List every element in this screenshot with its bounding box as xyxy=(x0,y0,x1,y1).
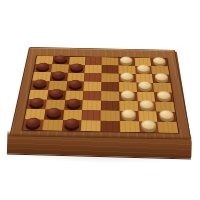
square-r4c1[interactable] xyxy=(30,81,49,90)
square-r3c4[interactable] xyxy=(84,73,101,82)
dark-piece[interactable] xyxy=(54,55,67,62)
square-r6c3[interactable] xyxy=(64,100,83,110)
square-r5c8[interactable] xyxy=(154,92,173,102)
square-r5c4[interactable] xyxy=(83,91,101,101)
light-piece[interactable] xyxy=(152,57,165,64)
square-r7c5[interactable] xyxy=(101,110,120,121)
square-r6c4[interactable] xyxy=(82,100,101,110)
light-piece[interactable] xyxy=(122,109,137,118)
square-r6c5[interactable] xyxy=(101,100,120,110)
square-r4c3[interactable] xyxy=(66,81,84,90)
light-piece[interactable] xyxy=(121,90,135,98)
scene xyxy=(0,0,200,200)
square-r7c2[interactable] xyxy=(44,109,64,120)
tray-rim xyxy=(9,47,191,140)
square-r8c5[interactable] xyxy=(100,121,119,132)
dark-piece[interactable] xyxy=(68,80,82,88)
square-r4c4[interactable] xyxy=(83,82,101,91)
light-piece[interactable] xyxy=(138,81,152,89)
square-r5c2[interactable] xyxy=(47,90,66,100)
square-r7c8[interactable] xyxy=(156,111,176,122)
square-r8c4[interactable] xyxy=(81,120,101,131)
dark-piece[interactable] xyxy=(33,79,48,87)
square-r2c1[interactable] xyxy=(34,64,52,73)
square-r4c7[interactable] xyxy=(136,83,154,92)
square-r3c8[interactable] xyxy=(152,74,170,83)
square-r8c6[interactable] xyxy=(120,121,140,132)
light-piece[interactable] xyxy=(154,73,168,81)
dark-piece[interactable] xyxy=(64,118,79,128)
light-piece[interactable] xyxy=(141,120,156,130)
square-r2c4[interactable] xyxy=(85,65,102,74)
light-piece[interactable] xyxy=(158,110,173,119)
product-photo xyxy=(0,0,200,200)
square-r3c2[interactable] xyxy=(49,72,67,81)
square-r2c7[interactable] xyxy=(135,66,152,75)
checkers-board xyxy=(21,56,179,134)
light-piece[interactable] xyxy=(156,91,171,99)
light-piece[interactable] xyxy=(137,65,150,72)
square-r8c3[interactable] xyxy=(61,120,81,131)
square-r8c2[interactable] xyxy=(42,119,63,130)
square-r6c1[interactable] xyxy=(27,99,47,109)
square-r8c8[interactable] xyxy=(158,122,179,133)
square-r2c3[interactable] xyxy=(68,65,85,74)
light-piece[interactable] xyxy=(120,57,133,64)
square-r8c1[interactable] xyxy=(23,119,44,130)
dark-piece[interactable] xyxy=(29,98,44,107)
square-r2c5[interactable] xyxy=(102,65,119,74)
light-piece[interactable] xyxy=(139,100,154,109)
square-r4c5[interactable] xyxy=(101,82,119,91)
light-piece[interactable] xyxy=(120,73,133,81)
dark-piece[interactable] xyxy=(52,71,66,79)
square-r3c6[interactable] xyxy=(118,74,136,83)
dark-piece[interactable] xyxy=(46,108,61,117)
square-r8c7[interactable] xyxy=(139,121,159,132)
dark-piece[interactable] xyxy=(36,63,50,70)
square-r7c6[interactable] xyxy=(119,111,138,122)
square-r7c4[interactable] xyxy=(82,110,101,121)
square-r3c5[interactable] xyxy=(101,73,118,82)
square-r5c5[interactable] xyxy=(101,91,119,101)
square-r5c6[interactable] xyxy=(119,91,137,101)
dark-piece[interactable] xyxy=(66,98,81,107)
dark-piece[interactable] xyxy=(49,89,64,97)
dark-piece[interactable] xyxy=(70,63,83,70)
dark-piece[interactable] xyxy=(25,118,41,128)
square-r6c7[interactable] xyxy=(137,101,156,111)
